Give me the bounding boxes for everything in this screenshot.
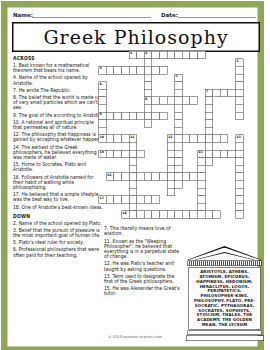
down-heading: DOWN [13,214,104,219]
crossword-grid[interactable]: 128345691071112131415161718 [99,51,244,219]
clue-item: 12. He was Plato's teacher and taught by… [104,261,184,271]
clue-item: 7. He wrote The Republic. [13,88,104,93]
clue-column-middle: 7. This literally means love of wisdom.1… [104,226,184,298]
grid-cell-number: 12 [168,135,173,139]
grid-cell[interactable] [144,119,152,127]
clue-item: 9. The goal of life according to Aristot… [13,112,104,117]
grid-cell[interactable] [213,211,221,219]
word-bank-text: ARISTOTLE, ATHENS, ATOMISM, EPICURUS, HA… [190,270,259,328]
grid-cell-number: 7 [206,90,208,94]
clue-item: 12. The philosophy that happiness is gai… [13,132,104,142]
grid-cell-number: 5 [176,74,178,78]
grid-cell-number: 15 [198,150,203,154]
clue-column-left: ACROSS 1. Best known for a mathematical … [13,56,104,260]
temple-base-step [188,331,262,336]
grid-cell[interactable] [137,66,145,74]
grid-cell[interactable] [167,97,175,105]
grid-cell[interactable] [190,211,198,219]
clue-item: 15. He was Alexander the Great's tutor. [104,286,184,296]
clue-item: 15. Home to Socrates, Plato and Aristotl… [13,162,104,172]
grid-cell-number: 3 [236,59,238,63]
down-clue-list-part1: 2. Name of the school opened by Plato.3.… [13,220,104,257]
grid-cell[interactable] [152,195,160,203]
grid-cell[interactable] [121,195,129,203]
grid-cell[interactable] [190,173,198,181]
grid-cell[interactable] [159,173,167,181]
clue-item: 5. Plato's ideal ruler for society. [13,240,104,245]
grid-cell-number: 9 [100,112,102,116]
grid-cell-number: 16 [107,173,112,177]
grid-cell-number: 1 [130,52,132,56]
grid-cell[interactable] [175,180,183,188]
clue-item: 11. Known as the "Weeping Philosopher", … [104,238,184,259]
grid-cell-number: 10 [100,135,105,139]
copyright-text: © 2018 puzzles-to-print.com [85,334,185,339]
grid-cell-number: 14 [100,150,105,154]
grid-cell[interactable] [121,150,129,158]
clue-item: 2. Name of the school opened by Plato. [13,220,104,225]
grid-cell-number: 2 [145,52,147,56]
grid-cell[interactable] [137,150,145,158]
clue-item: 14. The earliest of the Greek philosophe… [13,144,104,160]
grid-cell[interactable] [235,112,243,120]
worksheet-sheet: Name: Date: Greek Philosophy ACROSS 1. B… [0,0,270,350]
clue-item: 1. Best known for a mathematical theorem… [13,63,104,73]
grid-cell[interactable] [159,66,167,74]
name-label: Name: [13,12,33,19]
temple-base-bottom [186,336,264,342]
grid-cell[interactable] [197,51,205,59]
grid-cell[interactable] [205,157,213,165]
grid-cell[interactable] [197,135,205,143]
clue-item: 16. Followers of Aristotle named for the… [13,174,104,190]
grid-cell-number: 4 [100,67,102,71]
down-clue-list-part2: 7. This literally means love of wisdom.1… [104,226,184,296]
grid-cell[interactable] [190,97,198,105]
across-heading: ACROSS [13,56,104,61]
grid-cell[interactable] [220,135,228,143]
grid-cell-number: 6 [100,82,102,86]
clue-item: 17. He believed that a simple lifestyle … [13,192,104,202]
grid-cell-number: 8 [145,97,147,101]
worksheet-page: Name: Date: Greek Philosophy ACROSS 1. B… [0,0,270,350]
word-bank-box: ARISTOTLE, ATHENS, ATOMISM, EPICURUS, HA… [189,267,261,330]
temple-pediment-icon [187,246,262,260]
name-blank-line[interactable] [32,17,151,18]
grid-cell[interactable] [167,188,175,196]
grid-cell[interactable] [228,89,236,97]
grid-cell-number: 13 [236,135,241,139]
clue-item: 4. Name of the school opened by Aristotl… [13,75,104,85]
grid-cell-number: 11 [130,135,135,139]
grid-cell[interactable] [137,112,145,120]
page-title: Greek Philosophy [43,26,228,48]
grid-cell-number: 17 [100,196,105,200]
grid-cell[interactable] [159,112,167,120]
clue-item: 13. Term used to designate the first of … [104,274,184,284]
clue-item: 3. Belief that the pursuit of pleasure i… [13,227,104,237]
date-blank-line[interactable] [178,17,256,18]
clue-item: 18. One of Aristotle's best-known ideas. [13,204,104,209]
title-box: Greek Philosophy [12,22,260,52]
clue-item: 6. Professional philosophers that were o… [13,247,104,257]
across-clue-list: 1. Best known for a mathematical theorem… [13,63,104,210]
date-label: Date: [161,12,178,19]
temple-word-bank: ARISTOTLE, ATHENS, ATOMISM, EPICURUS, HA… [186,246,263,341]
grid-cell[interactable] [228,150,236,158]
clue-item: 7. This literally means love of wisdom. [104,226,184,236]
clue-item: 8. The belief that the world is made up … [13,95,104,111]
grid-cell[interactable] [235,211,243,219]
grid-cell-number: 18 [122,211,127,215]
temple-entablature-icon [188,261,262,267]
grid-cell[interactable] [121,173,129,181]
clue-item: 10. A rational and spiritual principle t… [13,120,104,130]
